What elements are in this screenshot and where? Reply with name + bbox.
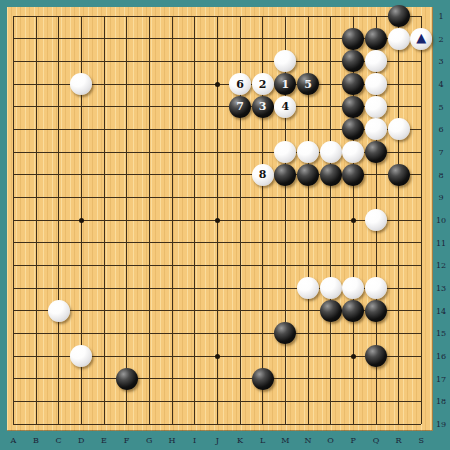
column-label: Q bbox=[373, 436, 380, 445]
row-label: 1 bbox=[438, 12, 443, 21]
column-label: B bbox=[33, 436, 39, 445]
black-stone[interactable] bbox=[365, 345, 387, 367]
black-stone[interactable] bbox=[388, 5, 410, 27]
column-label: F bbox=[124, 436, 130, 445]
white-stone[interactable]: 6 bbox=[229, 73, 251, 95]
grid-vertical-line bbox=[330, 16, 331, 424]
star-point bbox=[79, 218, 84, 223]
row-label: 7 bbox=[438, 148, 443, 157]
white-stone[interactable] bbox=[297, 141, 319, 163]
white-stone[interactable]: 8 bbox=[252, 164, 274, 186]
white-stone[interactable] bbox=[388, 118, 410, 140]
black-stone[interactable] bbox=[116, 368, 138, 390]
black-stone[interactable] bbox=[342, 164, 364, 186]
row-label: 6 bbox=[438, 125, 443, 134]
black-stone[interactable] bbox=[297, 164, 319, 186]
grid-horizontal-line bbox=[13, 242, 421, 243]
grid-horizontal-line bbox=[13, 378, 421, 379]
row-label: 3 bbox=[438, 57, 443, 66]
row-label: 19 bbox=[436, 420, 446, 429]
black-stone[interactable] bbox=[342, 300, 364, 322]
black-stone[interactable] bbox=[365, 28, 387, 50]
move-number: 4 bbox=[281, 101, 289, 112]
row-label: 4 bbox=[438, 80, 443, 89]
black-stone[interactable] bbox=[388, 164, 410, 186]
column-label: R bbox=[396, 436, 402, 445]
row-label: 17 bbox=[436, 374, 446, 383]
black-stone[interactable]: 7 bbox=[229, 96, 251, 118]
white-stone[interactable] bbox=[48, 300, 70, 322]
grid-vertical-line bbox=[421, 16, 422, 424]
move-number: 1 bbox=[281, 78, 289, 89]
black-stone[interactable] bbox=[365, 300, 387, 322]
column-label: C bbox=[56, 436, 62, 445]
black-stone[interactable] bbox=[320, 300, 342, 322]
row-label: 5 bbox=[438, 102, 443, 111]
grid-horizontal-line bbox=[13, 333, 421, 334]
row-label: 11 bbox=[436, 238, 446, 247]
white-stone[interactable] bbox=[365, 73, 387, 95]
white-stone[interactable] bbox=[365, 277, 387, 299]
white-stone[interactable]: 4 bbox=[274, 96, 296, 118]
column-label: A bbox=[10, 436, 16, 445]
white-stone[interactable] bbox=[365, 209, 387, 231]
column-label: O bbox=[327, 436, 334, 445]
move-number: 3 bbox=[259, 101, 267, 112]
row-label: 10 bbox=[436, 216, 446, 225]
row-label: 8 bbox=[438, 170, 443, 179]
column-label: N bbox=[305, 436, 312, 445]
column-label: I bbox=[193, 436, 196, 445]
row-label: 16 bbox=[436, 352, 446, 361]
row-label: 15 bbox=[436, 329, 446, 338]
column-label: D bbox=[78, 436, 84, 445]
white-stone[interactable] bbox=[297, 277, 319, 299]
grid-horizontal-line bbox=[13, 265, 421, 266]
black-stone[interactable]: 3 bbox=[252, 96, 274, 118]
grid-horizontal-line bbox=[13, 424, 421, 425]
black-stone[interactable] bbox=[342, 96, 364, 118]
grid-vertical-line bbox=[398, 16, 399, 424]
column-label: L bbox=[260, 436, 265, 445]
star-point bbox=[215, 82, 220, 87]
star-point bbox=[351, 354, 356, 359]
row-label: 14 bbox=[436, 306, 446, 315]
black-stone[interactable] bbox=[274, 164, 296, 186]
row-label: 12 bbox=[436, 261, 446, 270]
row-label: 9 bbox=[438, 193, 443, 202]
black-stone[interactable] bbox=[365, 141, 387, 163]
column-label: H bbox=[169, 436, 176, 445]
move-number: 7 bbox=[236, 101, 244, 112]
black-stone[interactable] bbox=[342, 28, 364, 50]
move-number: 2 bbox=[259, 78, 267, 89]
column-label: J bbox=[216, 436, 219, 445]
grid-horizontal-line bbox=[13, 401, 421, 402]
triangle-marker-icon: ▲ bbox=[416, 31, 426, 44]
black-stone[interactable] bbox=[320, 164, 342, 186]
go-board-frame: ▲62157348 ABCDEFGHIJKLMNOPQRS12345678910… bbox=[0, 0, 450, 450]
row-label: 13 bbox=[436, 284, 446, 293]
white-stone[interactable] bbox=[320, 277, 342, 299]
white-stone[interactable]: 2 bbox=[252, 73, 274, 95]
white-stone[interactable]: ▲ bbox=[410, 28, 432, 50]
black-stone[interactable]: 5 bbox=[297, 73, 319, 95]
star-point bbox=[215, 354, 220, 359]
column-label: S bbox=[419, 436, 424, 445]
move-number: 8 bbox=[259, 169, 267, 180]
white-stone[interactable] bbox=[320, 141, 342, 163]
column-label: G bbox=[146, 436, 152, 445]
row-label: 18 bbox=[436, 397, 446, 406]
white-stone[interactable] bbox=[388, 28, 410, 50]
move-number: 6 bbox=[236, 78, 244, 89]
black-stone[interactable] bbox=[252, 368, 274, 390]
column-label: M bbox=[281, 436, 289, 445]
column-label: P bbox=[351, 436, 356, 445]
star-point bbox=[215, 218, 220, 223]
column-label: E bbox=[101, 436, 107, 445]
white-stone[interactable] bbox=[365, 96, 387, 118]
column-label: K bbox=[237, 436, 243, 445]
move-number: 5 bbox=[304, 78, 312, 89]
row-label: 2 bbox=[438, 34, 443, 43]
star-point bbox=[351, 218, 356, 223]
